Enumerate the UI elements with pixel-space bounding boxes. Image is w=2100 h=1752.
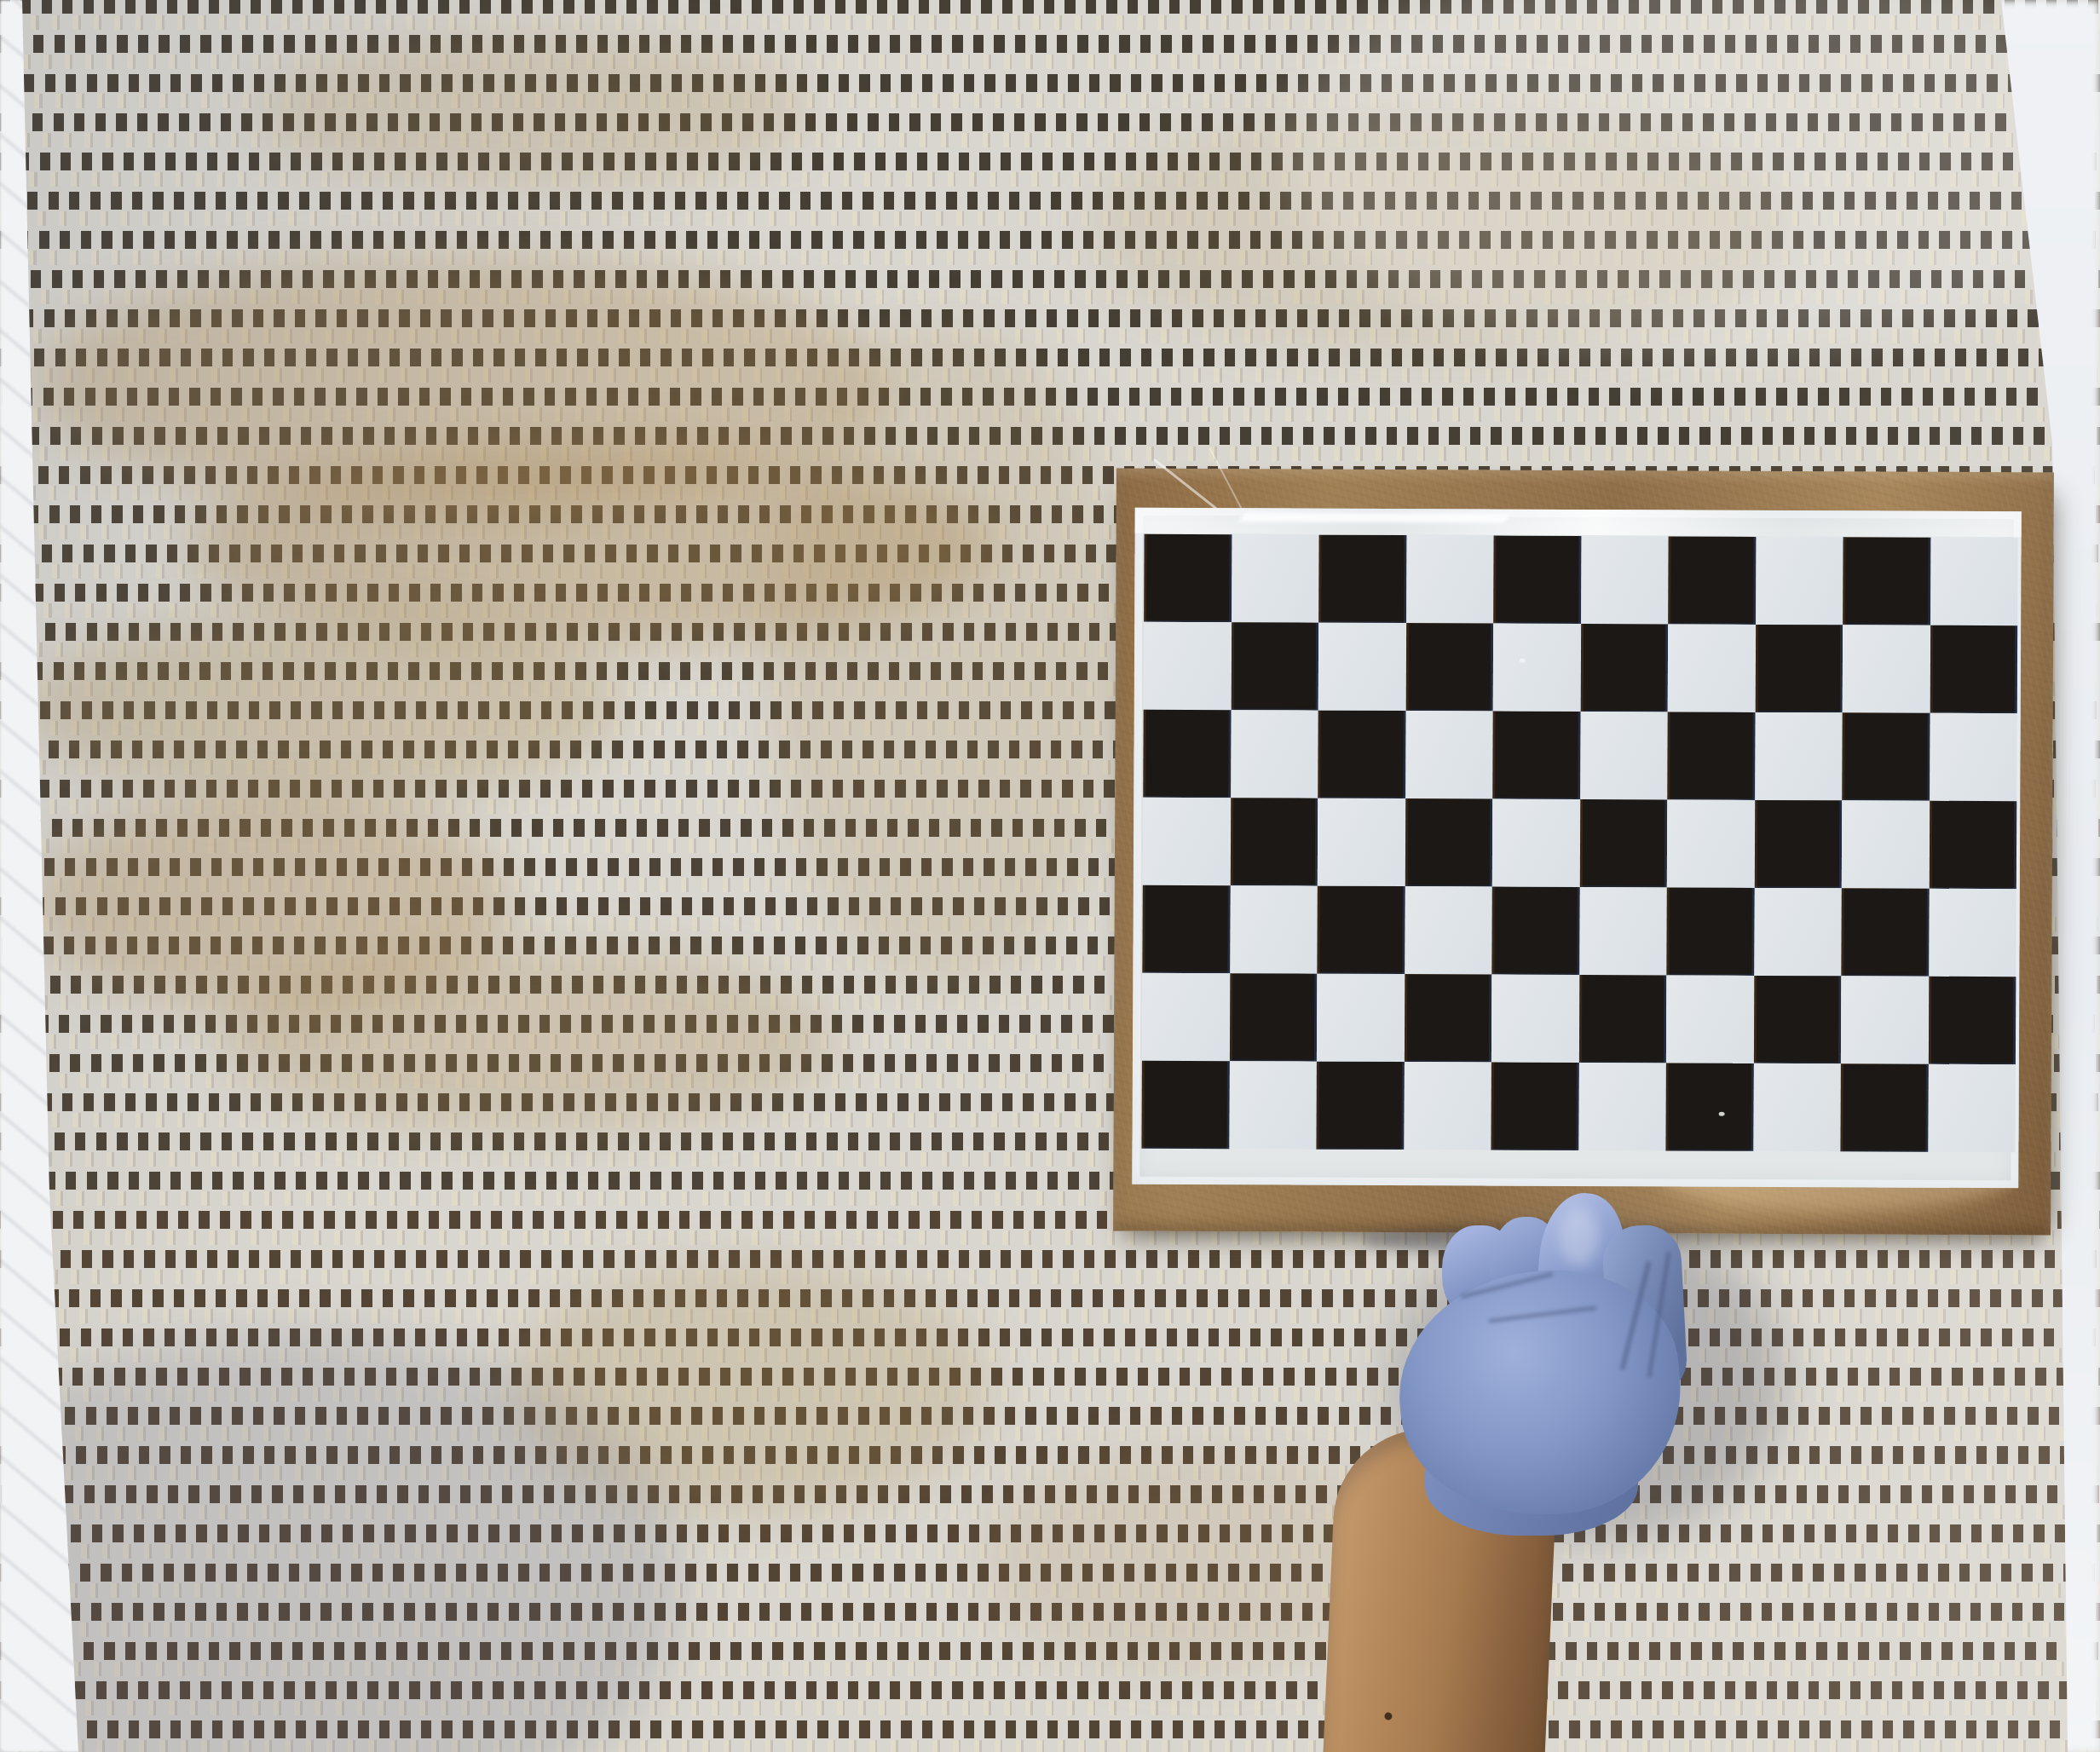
square-r7c1 bbox=[1141, 1061, 1229, 1149]
square-r2c4 bbox=[1405, 623, 1493, 711]
square-r6c9 bbox=[1841, 976, 1929, 1063]
square-r3c9 bbox=[1842, 712, 1930, 800]
square-r2c5 bbox=[1493, 624, 1581, 712]
square-r2c7 bbox=[1668, 624, 1756, 712]
square-r5c10 bbox=[1929, 889, 2016, 977]
dust-speck bbox=[1718, 1111, 1724, 1115]
square-r3c7 bbox=[1667, 712, 1755, 799]
square-r4c7 bbox=[1667, 799, 1755, 887]
square-r7c2 bbox=[1229, 1061, 1317, 1149]
square-r1c10 bbox=[1930, 538, 2018, 625]
square-r4c6 bbox=[1579, 799, 1667, 887]
square-r1c7 bbox=[1668, 536, 1756, 624]
square-r5c8 bbox=[1754, 888, 1842, 976]
belt-stain bbox=[34, 792, 511, 1014]
calibration-board bbox=[1113, 469, 2054, 1236]
photo-scene bbox=[0, 0, 2100, 1752]
square-r2c9 bbox=[1843, 625, 1930, 712]
square-r6c7 bbox=[1666, 975, 1754, 1063]
square-r4c8 bbox=[1754, 800, 1842, 888]
belt-stain bbox=[256, 34, 810, 187]
tape-glare bbox=[1135, 508, 2022, 538]
square-r1c5 bbox=[1493, 536, 1581, 624]
square-r5c9 bbox=[1841, 888, 1929, 976]
glove-highlight bbox=[1560, 1207, 1599, 1266]
square-r6c6 bbox=[1578, 975, 1666, 1063]
square-r5c7 bbox=[1666, 887, 1754, 975]
belt-stain bbox=[1278, 0, 2100, 358]
square-r7c6 bbox=[1578, 1063, 1666, 1150]
checkerboard-grid bbox=[1141, 534, 2017, 1152]
square-r3c5 bbox=[1492, 712, 1580, 799]
square-r2c6 bbox=[1580, 624, 1668, 712]
square-r4c9 bbox=[1842, 800, 1930, 888]
square-r3c3 bbox=[1318, 711, 1405, 798]
square-r2c10 bbox=[1930, 625, 2017, 713]
square-r1c3 bbox=[1318, 535, 1406, 623]
belt-stain bbox=[187, 443, 997, 648]
square-r4c5 bbox=[1492, 799, 1580, 887]
square-r6c4 bbox=[1404, 974, 1491, 1062]
square-r1c9 bbox=[1843, 537, 1930, 625]
square-r1c6 bbox=[1581, 536, 1669, 624]
belt-stain bbox=[34, 256, 886, 511]
square-r7c5 bbox=[1491, 1063, 1578, 1150]
square-r2c2 bbox=[1231, 622, 1318, 710]
square-r6c1 bbox=[1142, 973, 1230, 1061]
square-r3c10 bbox=[1930, 713, 2017, 801]
square-r4c3 bbox=[1318, 798, 1405, 886]
square-r3c2 bbox=[1231, 710, 1318, 798]
square-r5c5 bbox=[1491, 887, 1579, 975]
square-r7c7 bbox=[1665, 1063, 1753, 1150]
square-r3c1 bbox=[1143, 710, 1231, 798]
square-r6c2 bbox=[1229, 973, 1317, 1061]
square-r5c3 bbox=[1317, 886, 1405, 974]
dust-speck bbox=[1520, 659, 1526, 663]
square-r3c4 bbox=[1405, 711, 1493, 798]
square-r4c2 bbox=[1230, 798, 1318, 885]
square-r7c3 bbox=[1316, 1062, 1404, 1150]
belt-stain bbox=[26, 614, 622, 801]
square-r4c4 bbox=[1405, 798, 1492, 886]
belt-stain bbox=[222, 946, 835, 1133]
square-r7c4 bbox=[1404, 1062, 1491, 1150]
belt-stain bbox=[0, 1329, 682, 1752]
square-r7c8 bbox=[1753, 1063, 1841, 1151]
square-r2c1 bbox=[1144, 622, 1232, 710]
square-r6c3 bbox=[1317, 974, 1405, 1062]
belt-stain bbox=[511, 1261, 989, 1517]
checkerboard-sheet bbox=[1132, 508, 2021, 1189]
square-r5c6 bbox=[1579, 887, 1667, 975]
square-r5c1 bbox=[1142, 885, 1230, 973]
square-r1c8 bbox=[1756, 537, 1843, 625]
square-r1c4 bbox=[1406, 535, 1494, 623]
square-r2c8 bbox=[1755, 625, 1843, 712]
square-r7c10 bbox=[1928, 1064, 2016, 1152]
square-r6c5 bbox=[1491, 975, 1579, 1063]
square-r7c9 bbox=[1840, 1063, 1928, 1151]
square-r5c2 bbox=[1230, 885, 1318, 973]
square-r3c8 bbox=[1755, 712, 1843, 800]
skin-mole bbox=[1384, 1712, 1392, 1720]
square-r6c8 bbox=[1753, 976, 1841, 1063]
square-r5c4 bbox=[1405, 886, 1492, 974]
square-r6c10 bbox=[1928, 977, 2016, 1064]
square-r4c10 bbox=[1929, 801, 2016, 889]
square-r1c1 bbox=[1144, 534, 1232, 622]
square-r1c2 bbox=[1232, 534, 1319, 622]
square-r4c1 bbox=[1143, 798, 1231, 885]
belt-stain bbox=[1091, 102, 1790, 358]
square-r3c6 bbox=[1580, 712, 1668, 799]
square-r2c3 bbox=[1318, 623, 1406, 711]
belt-stain bbox=[767, 324, 1125, 988]
